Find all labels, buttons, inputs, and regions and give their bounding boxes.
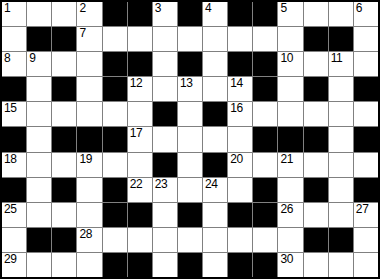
- clue-number: 19: [79, 153, 92, 166]
- grid-cell[interactable]: [178, 27, 202, 51]
- crossword-grid: 1234567891011121314151617181920212223242…: [0, 0, 380, 279]
- grid-cell[interactable]: [103, 102, 127, 126]
- grid-cell[interactable]: 15: [2, 102, 26, 126]
- grid-cell[interactable]: 7: [77, 27, 101, 51]
- grid-cell[interactable]: [178, 178, 202, 202]
- block-cell: [128, 52, 152, 76]
- block-cell: [278, 127, 302, 151]
- grid-cell[interactable]: [27, 253, 51, 277]
- grid-cell[interactable]: 9: [27, 52, 51, 76]
- grid-cell[interactable]: [329, 178, 353, 202]
- block-cell: [103, 127, 127, 151]
- grid-cell[interactable]: [329, 253, 353, 277]
- grid-cell[interactable]: [27, 153, 51, 177]
- grid-cell[interactable]: [304, 2, 328, 26]
- grid-cell[interactable]: [153, 52, 177, 76]
- grid-cell[interactable]: 12: [128, 77, 152, 101]
- grid-cell[interactable]: [2, 27, 26, 51]
- block-cell: [128, 253, 152, 277]
- block-cell: [228, 253, 252, 277]
- grid-cell[interactable]: [27, 203, 51, 227]
- clue-number: 9: [29, 52, 35, 65]
- grid-cell[interactable]: 20: [228, 153, 252, 177]
- grid-cell[interactable]: [27, 77, 51, 101]
- grid-cell[interactable]: [128, 102, 152, 126]
- clue-number: 14: [230, 77, 243, 90]
- block-cell: [52, 178, 76, 202]
- clue-number: 3: [155, 2, 161, 15]
- clue-number: 29: [4, 253, 17, 266]
- grid-cell[interactable]: [329, 153, 353, 177]
- grid-cell[interactable]: [354, 52, 378, 76]
- grid-cell[interactable]: [278, 27, 302, 51]
- grid-cell[interactable]: [153, 127, 177, 151]
- clue-number: 30: [280, 253, 293, 266]
- grid-cell[interactable]: [253, 27, 277, 51]
- grid-cell[interactable]: [278, 228, 302, 252]
- grid-cell[interactable]: [128, 228, 152, 252]
- grid-cell[interactable]: [77, 253, 101, 277]
- grid-cell[interactable]: [103, 153, 127, 177]
- block-cell: [178, 2, 202, 26]
- grid-cell[interactable]: [329, 2, 353, 26]
- block-cell: [253, 52, 277, 76]
- grid-cell[interactable]: 13: [178, 77, 202, 101]
- block-cell: [27, 27, 51, 51]
- grid-cell[interactable]: 26: [278, 203, 302, 227]
- block-cell: [228, 203, 252, 227]
- grid-cell[interactable]: 4: [203, 2, 227, 26]
- grid-cell[interactable]: 10: [278, 52, 302, 76]
- grid-cell[interactable]: 24: [203, 178, 227, 202]
- block-cell: [103, 203, 127, 227]
- block-cell: [203, 102, 227, 126]
- grid-cell[interactable]: [304, 52, 328, 76]
- block-cell: [253, 178, 277, 202]
- grid-cell[interactable]: 27: [354, 203, 378, 227]
- grid-cell[interactable]: [354, 228, 378, 252]
- grid-cell[interactable]: [178, 127, 202, 151]
- grid-cell[interactable]: [329, 102, 353, 126]
- grid-cell[interactable]: [253, 153, 277, 177]
- block-cell: [304, 77, 328, 101]
- block-cell: [52, 228, 76, 252]
- grid-cell[interactable]: 1: [2, 2, 26, 26]
- block-cell: [203, 153, 227, 177]
- grid-cell[interactable]: [203, 228, 227, 252]
- block-cell: [103, 253, 127, 277]
- clue-number: 4: [205, 2, 211, 15]
- block-cell: [354, 178, 378, 202]
- block-cell: [77, 127, 101, 151]
- clue-number: 20: [230, 153, 243, 166]
- clue-number: 5: [280, 2, 286, 15]
- grid-cell[interactable]: 19: [77, 153, 101, 177]
- block-cell: [2, 77, 26, 101]
- grid-cell[interactable]: [103, 27, 127, 51]
- grid-cell[interactable]: [354, 102, 378, 126]
- grid-cell[interactable]: [304, 102, 328, 126]
- clue-number: 7: [79, 27, 85, 40]
- grid-cell[interactable]: [203, 203, 227, 227]
- block-cell: [52, 127, 76, 151]
- grid-cell[interactable]: [52, 203, 76, 227]
- grid-cell[interactable]: [52, 153, 76, 177]
- block-cell: [304, 228, 328, 252]
- block-cell: [103, 52, 127, 76]
- block-cell: [128, 2, 152, 26]
- block-cell: [103, 178, 127, 202]
- block-cell: [304, 127, 328, 151]
- grid-cell[interactable]: 22: [128, 178, 152, 202]
- grid-cell[interactable]: [354, 253, 378, 277]
- clue-number: 27: [356, 203, 369, 216]
- block-cell: [128, 203, 152, 227]
- clue-number: 26: [280, 203, 293, 216]
- grid-cell[interactable]: [354, 153, 378, 177]
- grid-cell[interactable]: [77, 77, 101, 101]
- grid-cell[interactable]: [52, 102, 76, 126]
- block-cell: [178, 253, 202, 277]
- grid-cell[interactable]: [77, 203, 101, 227]
- block-cell: [52, 27, 76, 51]
- grid-cell[interactable]: [77, 52, 101, 76]
- clue-number: 11: [331, 52, 343, 65]
- grid-cell[interactable]: [77, 102, 101, 126]
- clue-number: 10: [280, 52, 293, 65]
- grid-cell[interactable]: 29: [2, 253, 26, 277]
- clue-number: 25: [4, 203, 17, 216]
- grid-cell[interactable]: [153, 27, 177, 51]
- grid-cell[interactable]: [178, 102, 202, 126]
- clue-number: 15: [4, 102, 17, 115]
- block-cell: [103, 2, 127, 26]
- grid-cell[interactable]: [228, 27, 252, 51]
- grid-cell[interactable]: [329, 203, 353, 227]
- grid-cell[interactable]: [103, 228, 127, 252]
- block-cell: [228, 2, 252, 26]
- block-cell: [253, 127, 277, 151]
- block-cell: [178, 203, 202, 227]
- block-cell: [52, 77, 76, 101]
- grid-cell[interactable]: [228, 178, 252, 202]
- grid-cell[interactable]: 11: [329, 52, 353, 76]
- grid-cell[interactable]: [153, 77, 177, 101]
- clue-number: 22: [130, 178, 143, 191]
- clue-number: 23: [155, 178, 168, 191]
- grid-cell[interactable]: [278, 178, 302, 202]
- grid-cell[interactable]: 6: [354, 2, 378, 26]
- block-cell: [2, 178, 26, 202]
- block-cell: [253, 253, 277, 277]
- grid-cell[interactable]: [304, 203, 328, 227]
- clue-number: 13: [180, 77, 193, 90]
- grid-cell[interactable]: 2: [77, 2, 101, 26]
- grid-cell[interactable]: [52, 2, 76, 26]
- block-cell: [354, 127, 378, 151]
- grid-cell[interactable]: [329, 77, 353, 101]
- grid-cell[interactable]: [27, 102, 51, 126]
- block-cell: [228, 52, 252, 76]
- grid-cell[interactable]: [253, 102, 277, 126]
- grid-cell[interactable]: [228, 127, 252, 151]
- grid-cell[interactable]: [128, 27, 152, 51]
- block-cell: [153, 102, 177, 126]
- grid-cell[interactable]: [354, 27, 378, 51]
- grid-cell[interactable]: 23: [153, 178, 177, 202]
- block-cell: [253, 77, 277, 101]
- grid-cell[interactable]: 14: [228, 77, 252, 101]
- block-cell: [178, 52, 202, 76]
- grid-cell[interactable]: [2, 228, 26, 252]
- grid-cell[interactable]: [329, 127, 353, 151]
- grid-cell[interactable]: [304, 253, 328, 277]
- clue-number: 21: [280, 153, 293, 166]
- clue-number: 6: [356, 2, 362, 15]
- clue-number: 2: [79, 2, 85, 15]
- grid-cell[interactable]: 16: [228, 102, 252, 126]
- grid-cell[interactable]: 18: [2, 153, 26, 177]
- block-cell: [253, 2, 277, 26]
- grid-cell[interactable]: [203, 52, 227, 76]
- block-cell: [304, 27, 328, 51]
- clue-number: 24: [205, 178, 218, 191]
- block-cell: [2, 127, 26, 151]
- grid-cell[interactable]: [153, 228, 177, 252]
- grid-cell[interactable]: [178, 153, 202, 177]
- block-cell: [153, 153, 177, 177]
- grid-cell[interactable]: [27, 127, 51, 151]
- grid-cell[interactable]: 3: [153, 2, 177, 26]
- grid-cell[interactable]: [128, 153, 152, 177]
- grid-cell[interactable]: [77, 178, 101, 202]
- clue-number: 12: [130, 77, 143, 90]
- grid-cell[interactable]: 5: [278, 2, 302, 26]
- grid-cell[interactable]: 25: [2, 203, 26, 227]
- grid-cell[interactable]: [52, 253, 76, 277]
- block-cell: [27, 228, 51, 252]
- grid-cell[interactable]: [203, 27, 227, 51]
- block-cell: [329, 228, 353, 252]
- block-cell: [304, 178, 328, 202]
- block-cell: [103, 77, 127, 101]
- grid-cell[interactable]: [27, 2, 51, 26]
- grid-cell[interactable]: [52, 52, 76, 76]
- grid-cell[interactable]: [278, 77, 302, 101]
- clue-number: 18: [4, 153, 17, 166]
- grid-cell[interactable]: [304, 153, 328, 177]
- clue-number: 28: [79, 228, 92, 241]
- block-cell: [329, 27, 353, 51]
- grid-cell[interactable]: [27, 178, 51, 202]
- grid-cell[interactable]: [178, 228, 202, 252]
- grid-cell[interactable]: [153, 203, 177, 227]
- clue-number: 16: [230, 102, 243, 115]
- grid-cell[interactable]: 8: [2, 52, 26, 76]
- grid-cell[interactable]: 30: [278, 253, 302, 277]
- clue-number: 1: [4, 2, 10, 15]
- grid-cell[interactable]: [203, 77, 227, 101]
- clue-number: 17: [130, 127, 143, 140]
- grid-cell[interactable]: 21: [278, 153, 302, 177]
- grid-cell[interactable]: 28: [77, 228, 101, 252]
- grid-cell[interactable]: [203, 253, 227, 277]
- grid-cell[interactable]: [278, 102, 302, 126]
- block-cell: [354, 77, 378, 101]
- block-cell: [253, 203, 277, 227]
- grid-cell[interactable]: [153, 253, 177, 277]
- grid-cell[interactable]: [228, 228, 252, 252]
- grid-cell[interactable]: [203, 127, 227, 151]
- clue-number: 8: [4, 52, 10, 65]
- grid-cell[interactable]: [253, 228, 277, 252]
- grid-cell[interactable]: 17: [128, 127, 152, 151]
